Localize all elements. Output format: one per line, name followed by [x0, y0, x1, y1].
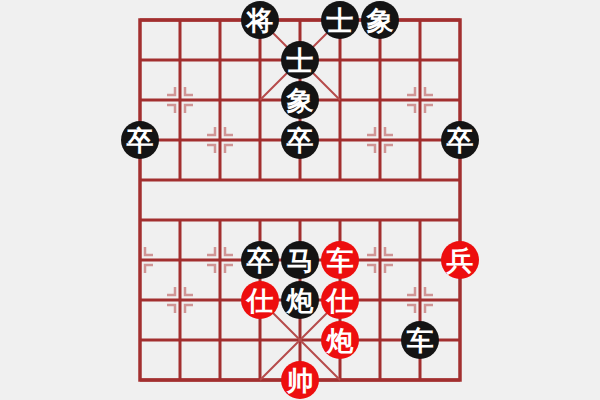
black-cannon[interactable]: 炮 — [281, 281, 319, 319]
intersection-f3-r8[interactable] — [240, 320, 280, 360]
intersection-f6-r7[interactable] — [360, 280, 400, 320]
black-soldier[interactable]: 卒 — [241, 241, 279, 279]
black-soldier[interactable]: 卒 — [281, 121, 319, 159]
intersection-f8-r8[interactable] — [440, 320, 480, 360]
intersection-f1-r1[interactable] — [160, 40, 200, 80]
intersection-f6-r2[interactable] — [360, 80, 400, 120]
intersection-f6-r1[interactable] — [360, 40, 400, 80]
intersection-f1-r3[interactable] — [160, 120, 200, 160]
intersection-f0-r8[interactable] — [120, 320, 160, 360]
black-general[interactable]: 将 — [241, 1, 279, 39]
intersection-f1-r2[interactable] — [160, 80, 200, 120]
intersection-f2-r5[interactable] — [200, 200, 240, 240]
intersection-f0-r7[interactable] — [120, 280, 160, 320]
intersection-f8-r9[interactable] — [440, 360, 480, 400]
intersection-f3-r5[interactable] — [240, 200, 280, 240]
intersection-f3-r9[interactable] — [240, 360, 280, 400]
intersection-f3-r1[interactable] — [240, 40, 280, 80]
intersection-f3-r2[interactable] — [240, 80, 280, 120]
intersection-f8-r5[interactable] — [440, 200, 480, 240]
intersection-f1-r9[interactable] — [160, 360, 200, 400]
black-horse[interactable]: 马 — [281, 241, 319, 279]
intersection-f7-r1[interactable] — [400, 40, 440, 80]
intersection-f4-r4[interactable] — [280, 160, 320, 200]
intersection-f4-r0[interactable] — [280, 0, 320, 40]
intersection-f6-r5[interactable] — [360, 200, 400, 240]
intersection-f2-r0[interactable] — [200, 0, 240, 40]
intersection-f6-r4[interactable] — [360, 160, 400, 200]
intersection-f3-r3[interactable] — [240, 120, 280, 160]
intersection-f5-r4[interactable] — [320, 160, 360, 200]
intersection-f1-r8[interactable] — [160, 320, 200, 360]
intersection-f8-r1[interactable] — [440, 40, 480, 80]
intersection-f7-r0[interactable] — [400, 0, 440, 40]
red-advisor[interactable]: 仕 — [241, 281, 279, 319]
intersection-f1-r5[interactable] — [160, 200, 200, 240]
intersection-f4-r8[interactable] — [280, 320, 320, 360]
intersection-f0-r5[interactable] — [120, 200, 160, 240]
intersection-f7-r6[interactable] — [400, 240, 440, 280]
intersection-f7-r9[interactable] — [400, 360, 440, 400]
intersection-f7-r5[interactable] — [400, 200, 440, 240]
intersection-f5-r9[interactable] — [320, 360, 360, 400]
red-advisor[interactable]: 仕 — [321, 281, 359, 319]
red-cannon[interactable]: 炮 — [321, 321, 359, 359]
intersection-f7-r7[interactable] — [400, 280, 440, 320]
intersection-f2-r4[interactable] — [200, 160, 240, 200]
red-chariot[interactable]: 车 — [321, 241, 359, 279]
intersection-f5-r1[interactable] — [320, 40, 360, 80]
intersection-f1-r6[interactable] — [160, 240, 200, 280]
intersection-f8-r2[interactable] — [440, 80, 480, 120]
intersection-f2-r3[interactable] — [200, 120, 240, 160]
intersection-f0-r6[interactable] — [120, 240, 160, 280]
black-elephant[interactable]: 象 — [281, 81, 319, 119]
intersection-f4-r5[interactable] — [280, 200, 320, 240]
intersection-f1-r7[interactable] — [160, 280, 200, 320]
intersection-f0-r0[interactable] — [120, 0, 160, 40]
red-soldier[interactable]: 兵 — [441, 241, 479, 279]
intersection-f8-r4[interactable] — [440, 160, 480, 200]
black-elephant[interactable]: 象 — [361, 1, 399, 39]
intersection-f6-r8[interactable] — [360, 320, 400, 360]
intersection-f2-r2[interactable] — [200, 80, 240, 120]
intersection-f7-r2[interactable] — [400, 80, 440, 120]
intersection-f0-r9[interactable] — [120, 360, 160, 400]
intersection-f0-r1[interactable] — [120, 40, 160, 80]
intersection-f2-r1[interactable] — [200, 40, 240, 80]
black-advisor[interactable]: 士 — [281, 41, 319, 79]
intersection-f7-r4[interactable] — [400, 160, 440, 200]
intersection-f2-r6[interactable] — [200, 240, 240, 280]
intersection-f6-r9[interactable] — [360, 360, 400, 400]
xiangqi-board: 将士象士象卒卒卒卒马车兵仕炮仕炮车帅 — [0, 0, 600, 400]
red-general[interactable]: 帅 — [281, 361, 319, 399]
intersection-f2-r8[interactable] — [200, 320, 240, 360]
intersection-f0-r2[interactable] — [120, 80, 160, 120]
black-advisor[interactable]: 士 — [321, 1, 359, 39]
intersection-f1-r4[interactable] — [160, 160, 200, 200]
intersection-f0-r4[interactable] — [120, 160, 160, 200]
black-chariot[interactable]: 车 — [401, 321, 439, 359]
intersection-f5-r3[interactable] — [320, 120, 360, 160]
black-soldier[interactable]: 卒 — [121, 121, 159, 159]
intersection-f5-r2[interactable] — [320, 80, 360, 120]
intersection-f3-r4[interactable] — [240, 160, 280, 200]
board-grid: 将士象士象卒卒卒卒马车兵仕炮仕炮车帅 — [120, 0, 480, 400]
intersection-f5-r5[interactable] — [320, 200, 360, 240]
intersection-f2-r9[interactable] — [200, 360, 240, 400]
intersection-f6-r6[interactable] — [360, 240, 400, 280]
intersection-f1-r0[interactable] — [160, 0, 200, 40]
intersection-f7-r3[interactable] — [400, 120, 440, 160]
intersection-f2-r7[interactable] — [200, 280, 240, 320]
intersection-f6-r3[interactable] — [360, 120, 400, 160]
black-soldier[interactable]: 卒 — [441, 121, 479, 159]
intersection-f8-r7[interactable] — [440, 280, 480, 320]
intersection-f8-r0[interactable] — [440, 0, 480, 40]
